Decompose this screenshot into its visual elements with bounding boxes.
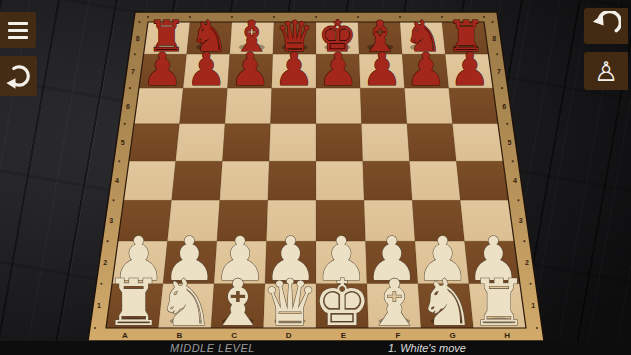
- chess-board[interactable]: ABCDEFGH8877665544332211♜♞♝♛♚♝♞♜♟♟♟♟♟♟♟♟…: [0, 0, 631, 355]
- frame-dot: [138, 21, 140, 23]
- piece-d7-red-pawn[interactable]: ♟: [274, 43, 315, 96]
- frame-dot: [536, 327, 538, 329]
- rank-label: 1: [97, 302, 101, 309]
- rank-label: 8: [492, 35, 496, 42]
- rank-label: 3: [109, 217, 113, 224]
- hamburger-menu-icon: [8, 22, 28, 39]
- square-d4[interactable]: [268, 161, 316, 200]
- square-f5[interactable]: [361, 124, 409, 161]
- chess-app-screen: ABCDEFGH8877665544332211♜♞♝♛♚♝♞♜♟♟♟♟♟♟♟♟…: [0, 0, 631, 355]
- rank-label: 6: [502, 103, 506, 110]
- frame-dot: [129, 87, 131, 89]
- square-h5[interactable]: [452, 124, 503, 161]
- frame-dot: [506, 123, 508, 125]
- square-e4[interactable]: [316, 161, 364, 200]
- opponent-mode-button[interactable]: ♙: [584, 52, 628, 90]
- piece-b7-red-pawn[interactable]: ♟: [186, 43, 227, 96]
- difficulty-level-label: MIDDLE LEVEL: [170, 341, 255, 355]
- undo-button[interactable]: [584, 8, 628, 44]
- frame-dot: [124, 123, 126, 125]
- square-g4[interactable]: [410, 161, 461, 200]
- frame-dot: [107, 240, 109, 242]
- frame-dot: [357, 16, 359, 18]
- square-e5[interactable]: [316, 124, 363, 161]
- square-b4[interactable]: [172, 161, 223, 200]
- square-c4[interactable]: [220, 161, 269, 200]
- frame-dot: [501, 87, 503, 89]
- frame-dot: [529, 283, 531, 285]
- rank-label: 8: [136, 35, 140, 42]
- status-bar: MIDDLE LEVEL 1. White's move: [0, 341, 631, 355]
- frame-dot: [491, 21, 493, 23]
- pawn-outline-icon: ♙: [594, 58, 618, 85]
- square-a4[interactable]: [124, 161, 176, 200]
- rank-label: 5: [507, 139, 511, 146]
- piece-e1-white-king[interactable]: ♚: [313, 266, 370, 340]
- frame-dot: [100, 283, 102, 285]
- piece-g1-white-knight[interactable]: ♞: [418, 266, 475, 340]
- piece-c7-red-pawn[interactable]: ♟: [230, 43, 271, 96]
- rank-label: 4: [513, 177, 517, 184]
- frame-dot: [112, 199, 114, 201]
- square-d5[interactable]: [269, 124, 316, 161]
- frame-dot: [496, 53, 498, 55]
- piece-g7-red-pawn[interactable]: ♟: [406, 43, 447, 96]
- piece-b1-white-knight[interactable]: ♞: [157, 266, 214, 340]
- piece-h1-white-rook[interactable]: ♜: [470, 266, 527, 340]
- piece-h7-red-pawn[interactable]: ♟: [450, 43, 491, 96]
- frame-dot: [512, 160, 514, 162]
- undo-curved-arrow-icon: [591, 11, 621, 41]
- rotate-circular-arrow-icon: [5, 62, 33, 90]
- rank-label: 6: [126, 103, 130, 110]
- flip-board-button[interactable]: [0, 56, 37, 96]
- rank-label: 1: [531, 302, 535, 309]
- square-f4[interactable]: [363, 161, 412, 200]
- frame-dot: [94, 327, 96, 329]
- frame-dot: [118, 160, 120, 162]
- rank-label: 5: [121, 139, 125, 146]
- move-indicator: 1. White's move: [388, 341, 466, 355]
- square-g5[interactable]: [407, 124, 456, 161]
- rank-label: 4: [115, 177, 119, 184]
- square-a5[interactable]: [129, 124, 180, 161]
- piece-a7-red-pawn[interactable]: ♟: [142, 43, 183, 96]
- piece-a1-white-rook[interactable]: ♜: [105, 266, 162, 340]
- frame-dot: [315, 16, 317, 18]
- piece-f1-white-bishop[interactable]: ♝: [366, 266, 423, 340]
- piece-d1-white-queen[interactable]: ♛: [261, 266, 318, 340]
- square-c5[interactable]: [222, 124, 270, 161]
- frame-dot: [517, 199, 519, 201]
- piece-c1-white-bishop[interactable]: ♝: [209, 266, 266, 340]
- piece-e7-red-pawn[interactable]: ♟: [318, 43, 359, 96]
- rank-label: 3: [519, 217, 523, 224]
- rank-label: 7: [131, 68, 135, 75]
- piece-f7-red-pawn[interactable]: ♟: [362, 43, 403, 96]
- frame-dot: [134, 53, 136, 55]
- rank-label: 7: [497, 68, 501, 75]
- menu-button[interactable]: [0, 12, 36, 48]
- frame-dot: [523, 240, 525, 242]
- square-b5[interactable]: [176, 124, 225, 161]
- square-h4[interactable]: [456, 161, 508, 200]
